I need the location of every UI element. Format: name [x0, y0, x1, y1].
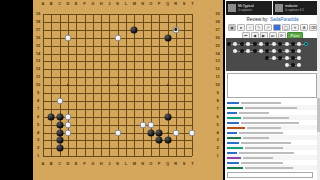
- row-label: 17: [215, 28, 219, 32]
- row-label: 16: [36, 36, 40, 40]
- black-player-avatar: [228, 4, 236, 12]
- chat-message-text: [241, 122, 299, 124]
- play-mode-tool-button[interactable]: ◉: [228, 24, 236, 31]
- grid-line-vertical: [143, 14, 144, 156]
- column-label: Q: [166, 2, 169, 6]
- chat-input[interactable]: [227, 172, 313, 178]
- cross-tool-button[interactable]: ✕: [291, 24, 299, 31]
- chat-message-text: [245, 147, 283, 149]
- column-label: C: [58, 162, 61, 166]
- tree-move-node[interactable]: [259, 42, 263, 46]
- white-player-komi: 6.5: [300, 8, 304, 12]
- row-label: 18: [215, 20, 219, 24]
- row-label: 10: [36, 83, 40, 87]
- chat-message-text: [245, 107, 297, 109]
- stone-white-D16: [64, 34, 71, 41]
- black-stone-tool-button[interactable]: ●: [237, 24, 245, 31]
- column-label: H: [100, 2, 103, 6]
- tree-move-node[interactable]: [272, 42, 276, 46]
- column-label: N: [141, 2, 144, 6]
- column-label: P: [158, 2, 161, 6]
- stone-black-C3: [56, 137, 63, 144]
- chat-message-text: [241, 162, 283, 164]
- chat-username-link[interactable]: [227, 107, 243, 109]
- tree-move-node[interactable]: [227, 42, 231, 46]
- column-label: B: [50, 2, 53, 6]
- column-label: Q: [166, 162, 169, 166]
- stone-black-C2: [56, 145, 63, 152]
- chat-message-text: [241, 142, 291, 144]
- chat-username-link[interactable]: [227, 102, 239, 104]
- stone-white-R17: [172, 26, 179, 33]
- column-label: H: [100, 162, 103, 166]
- column-label: C: [58, 2, 61, 6]
- chat-username-link[interactable]: [227, 147, 243, 149]
- chat-message-row: [226, 165, 318, 170]
- row-label: 19: [36, 12, 40, 16]
- move-tree-canvas[interactable]: [226, 38, 319, 71]
- chat-username-link[interactable]: [227, 152, 237, 154]
- stone-black-C6: [56, 113, 63, 120]
- row-label: 13: [36, 59, 40, 63]
- white-player-card[interactable]: mokurin 0 captures 6.5: [273, 1, 319, 15]
- chat-message-text: [247, 127, 281, 129]
- tree-move-node[interactable]: [297, 49, 301, 53]
- stone-black-P4: [156, 129, 163, 136]
- chat-username-link[interactable]: [227, 137, 241, 139]
- row-label: 6: [37, 115, 39, 119]
- tree-move-node[interactable]: [291, 49, 295, 53]
- column-label: G: [91, 162, 94, 166]
- stone-black-C5: [56, 121, 63, 128]
- row-label: 14: [215, 52, 219, 56]
- row-label: 18: [36, 20, 40, 24]
- column-label: F: [83, 2, 85, 6]
- row-label: 1: [37, 154, 39, 158]
- go-board[interactable]: AABBCCDDEEFFGGHHJJKKLLMMNNOOPPQQRRSSTT19…: [33, 0, 223, 180]
- chat-message-text: [243, 137, 269, 139]
- tree-move-node[interactable]: [278, 56, 282, 60]
- tree-move-node[interactable]: [233, 49, 237, 53]
- column-label: O: [149, 162, 152, 166]
- circle-tool-button[interactable]: ◯: [282, 24, 290, 31]
- grid-line-vertical: [126, 14, 127, 156]
- row-label: 1: [216, 154, 218, 158]
- column-label: T: [191, 2, 193, 6]
- chat-message-text: [245, 167, 293, 169]
- row-label: 13: [215, 59, 219, 63]
- column-label: K: [116, 162, 119, 166]
- arrow-tool-button[interactable]: ↗: [264, 24, 272, 31]
- row-label: 4: [37, 131, 39, 135]
- chat-message-text: [239, 152, 294, 154]
- column-label: B: [50, 162, 53, 166]
- tree-move-node[interactable]: [278, 42, 282, 46]
- row-label: 14: [36, 52, 40, 56]
- stone-white-K4: [114, 129, 121, 136]
- chat-username-link[interactable]: [227, 117, 241, 119]
- row-label: 9: [216, 91, 218, 95]
- row-label: 12: [36, 67, 40, 71]
- column-label: M: [133, 2, 136, 6]
- column-label: S: [183, 2, 186, 6]
- tree-move-node[interactable]: [265, 49, 269, 53]
- column-label: E: [75, 162, 78, 166]
- pencil-tool-button[interactable]: ✎: [255, 24, 263, 31]
- column-label: J: [108, 2, 110, 6]
- row-label: 7: [37, 107, 39, 111]
- row-label: 5: [37, 123, 39, 127]
- row-label: 15: [215, 44, 219, 48]
- black-player-card[interactable]: Mr.Typical 0 captures: [226, 1, 272, 15]
- tree-move-node[interactable]: [272, 49, 276, 53]
- chat-username-link[interactable]: [227, 167, 243, 169]
- stone-white-K16: [114, 34, 121, 41]
- hoshi-point: [167, 84, 169, 86]
- column-label: S: [183, 162, 186, 166]
- tree-move-node[interactable]: [272, 56, 276, 60]
- tree-move-node[interactable]: [246, 49, 250, 53]
- row-label: 8: [216, 99, 218, 103]
- column-label: T: [191, 162, 193, 166]
- tree-move-node[interactable]: [278, 49, 282, 53]
- grid-line-horizontal: [43, 156, 192, 157]
- chat-message-text: [243, 157, 273, 159]
- white-stone-tool-button[interactable]: ○: [246, 24, 254, 31]
- tree-move-node[interactable]: [291, 42, 295, 46]
- tree-move-node[interactable]: [246, 42, 250, 46]
- row-label: 4: [216, 131, 218, 135]
- column-label: R: [174, 162, 177, 166]
- column-label: F: [83, 162, 85, 166]
- column-label: E: [75, 2, 78, 6]
- column-label: D: [66, 162, 69, 166]
- comment-textarea[interactable]: [227, 73, 317, 98]
- column-label: M: [133, 162, 136, 166]
- chat-username-link[interactable]: [227, 157, 241, 159]
- column-label: N: [141, 162, 144, 166]
- tree-move-node[interactable]: [297, 56, 301, 60]
- column-label: P: [158, 162, 161, 166]
- row-label: 2: [37, 146, 39, 150]
- chat-username-link[interactable]: [227, 112, 237, 114]
- chat-log[interactable]: [226, 100, 318, 171]
- stone-black-M17: [131, 26, 138, 33]
- tree-move-node[interactable]: [285, 49, 289, 53]
- grid-line-vertical: [184, 14, 185, 156]
- tree-move-node[interactable]: [304, 42, 308, 46]
- row-label: 15: [36, 44, 40, 48]
- column-label: D: [66, 2, 69, 6]
- chat-message-text: [239, 132, 283, 134]
- column-label: R: [174, 2, 177, 6]
- chat-username-link[interactable]: [227, 162, 239, 164]
- chat-message-text: [241, 102, 281, 104]
- row-label: 8: [37, 99, 39, 103]
- review-toolbar: ◉●○✎↗■◯✕A⌫: [225, 24, 320, 31]
- column-label: G: [91, 2, 94, 6]
- tree-move-node[interactable]: [265, 56, 269, 60]
- stone-black-Q16: [164, 34, 171, 41]
- black-player-captures: 0 captures: [238, 9, 254, 13]
- tree-move-node[interactable]: [285, 42, 289, 46]
- row-label: 11: [215, 75, 219, 79]
- column-label: L: [125, 2, 127, 6]
- row-label: 3: [37, 138, 39, 142]
- tree-move-node[interactable]: [291, 63, 295, 67]
- tree-move-node[interactable]: [240, 42, 244, 46]
- tree-move-node[interactable]: [259, 49, 263, 53]
- chat-username-link[interactable]: [227, 132, 237, 134]
- chat-username-link[interactable]: [227, 122, 239, 124]
- blue-square-tool-button[interactable]: ■: [273, 24, 281, 31]
- grid-line-horizontal: [43, 109, 192, 110]
- tree-move-node[interactable]: [285, 63, 289, 67]
- stone-black-Q3: [164, 137, 171, 144]
- stone-black-C4: [56, 129, 63, 136]
- row-label: 9: [37, 91, 39, 95]
- column-label: K: [116, 2, 119, 6]
- reviewer-link[interactable]: SadaParadida: [270, 17, 299, 22]
- stone-white-D4: [64, 129, 71, 136]
- stone-white-R4: [172, 129, 179, 136]
- clear-tool-button[interactable]: ⌫: [309, 24, 317, 31]
- stone-white-D6: [64, 113, 71, 120]
- tree-move-node[interactable]: [285, 56, 289, 60]
- chat-message-text: [243, 117, 289, 119]
- stone-white-D5: [64, 121, 71, 128]
- tree-move-node[interactable]: [297, 63, 301, 67]
- row-label: 17: [36, 28, 40, 32]
- row-label: 7: [216, 107, 218, 111]
- hoshi-point: [167, 132, 169, 134]
- tree-move-node[interactable]: [233, 42, 237, 46]
- tree-move-node[interactable]: [265, 42, 269, 46]
- tree-move-node[interactable]: [253, 49, 257, 53]
- stone-black-Q6: [164, 113, 171, 120]
- stone-black-O4: [147, 129, 154, 136]
- review-byline: Review by: SadaParadida: [225, 17, 320, 22]
- stone-white-C8: [56, 97, 63, 104]
- chat-message-text: [239, 112, 269, 114]
- stone-white-N5: [139, 121, 146, 128]
- row-label: 5: [216, 123, 218, 127]
- row-label: 19: [215, 12, 219, 16]
- grid-line-horizontal: [43, 93, 192, 94]
- column-label: A: [42, 162, 45, 166]
- row-label: 6: [216, 115, 218, 119]
- tree-move-node[interactable]: [297, 42, 301, 46]
- white-player-captures: 0 captures: [285, 8, 299, 12]
- chat-username-link[interactable]: [227, 142, 239, 144]
- hoshi-point: [117, 84, 119, 86]
- tree-move-node[interactable]: [253, 42, 257, 46]
- review-panel: Mr.Typical 0 captures mokurin 0 captures…: [225, 0, 320, 180]
- column-label: A: [42, 2, 45, 6]
- review-by-label: Review by:: [247, 17, 269, 22]
- row-label: 16: [215, 36, 219, 40]
- stone-white-T4: [189, 129, 196, 136]
- column-label: J: [108, 162, 110, 166]
- hoshi-point: [67, 84, 69, 86]
- grid-line-horizontal: [43, 101, 192, 102]
- chat-username-link[interactable]: [227, 127, 245, 129]
- grid-line-horizontal: [43, 148, 192, 149]
- row-label: 10: [215, 83, 219, 87]
- tree-move-node[interactable]: [291, 56, 295, 60]
- stone-black-P3: [156, 137, 163, 144]
- white-player-avatar: [275, 4, 283, 12]
- tree-move-node[interactable]: [240, 49, 244, 53]
- column-label: O: [149, 2, 152, 6]
- row-label: 2: [216, 146, 218, 150]
- column-label: L: [125, 162, 127, 166]
- last-move-marker: [175, 28, 177, 30]
- row-label: 11: [36, 75, 40, 79]
- row-label: 3: [216, 138, 218, 142]
- letter-tool-button[interactable]: A: [300, 24, 308, 31]
- row-label: 12: [215, 67, 219, 71]
- stone-white-O5: [147, 121, 154, 128]
- stone-black-B6: [48, 113, 55, 120]
- grid-line-vertical: [134, 14, 135, 156]
- player-cards: Mr.Typical 0 captures mokurin 0 captures…: [225, 0, 320, 15]
